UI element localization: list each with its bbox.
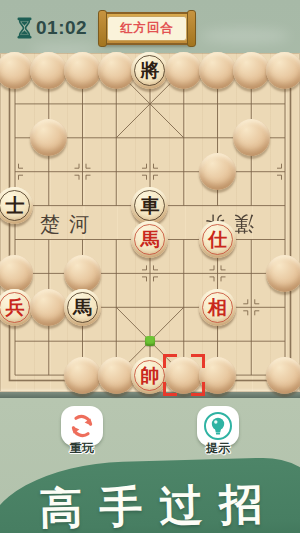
board-cell[interactable]	[167, 155, 201, 189]
replay-button[interactable]: 重玩	[60, 406, 104, 457]
board-cell[interactable]	[167, 189, 201, 223]
board-cell[interactable]	[268, 121, 300, 155]
face-down-piece[interactable]	[64, 357, 101, 394]
board-cell[interactable]	[66, 189, 100, 223]
board-cell[interactable]	[99, 223, 133, 257]
board-cell[interactable]	[0, 324, 32, 358]
face-down-piece[interactable]	[233, 119, 270, 156]
board-cell[interactable]	[234, 53, 268, 87]
board-cell[interactable]	[201, 189, 235, 223]
red-horse[interactable]: 馬	[131, 221, 168, 258]
board-cell[interactable]: 相	[201, 290, 235, 324]
face-down-piece[interactable]	[266, 52, 300, 89]
board-cell[interactable]	[234, 121, 268, 155]
board-cell[interactable]	[32, 155, 66, 189]
hint-button[interactable]: 提示	[196, 406, 240, 457]
board-cell[interactable]	[99, 87, 133, 121]
board-cell[interactable]: 兵	[0, 290, 32, 324]
face-down-piece[interactable]	[98, 52, 135, 89]
hint-button-label: 提示	[196, 440, 240, 457]
face-down-piece[interactable]	[64, 255, 101, 292]
red-soldier[interactable]: 兵	[0, 289, 33, 326]
board-cell[interactable]	[201, 121, 235, 155]
board-cell[interactable]	[0, 358, 32, 392]
board-cell[interactable]	[99, 358, 133, 392]
board-cell[interactable]	[167, 87, 201, 121]
board-cell[interactable]	[268, 223, 300, 257]
board-grid: 將士車馬仕兵馬相帥	[0, 53, 300, 392]
board-cell[interactable]	[99, 324, 133, 358]
board-cell[interactable]	[234, 324, 268, 358]
board-cell[interactable]	[268, 53, 300, 87]
board-cell[interactable]: 馬	[66, 290, 100, 324]
board-cell[interactable]	[0, 121, 32, 155]
board-cell[interactable]	[234, 358, 268, 392]
face-down-piece[interactable]	[98, 357, 135, 394]
board-cell[interactable]	[201, 324, 235, 358]
board-cell[interactable]	[201, 87, 235, 121]
board-cell[interactable]	[32, 87, 66, 121]
face-down-piece[interactable]	[233, 52, 270, 89]
face-down-piece[interactable]	[266, 255, 300, 292]
board-cell[interactable]	[268, 155, 300, 189]
game-screen: 01:02 红方回合 楚河 漢界 將士車馬仕兵馬相帥 重玩	[0, 0, 300, 533]
face-down-piece[interactable]	[199, 357, 236, 394]
board-cell[interactable]	[201, 256, 235, 290]
board-cell[interactable]	[32, 324, 66, 358]
board-cell[interactable]	[167, 324, 201, 358]
board-cell[interactable]	[32, 256, 66, 290]
board-cell[interactable]	[66, 358, 100, 392]
board-cell[interactable]	[133, 155, 167, 189]
face-down-piece[interactable]	[0, 255, 33, 292]
board-cell[interactable]	[66, 324, 100, 358]
black-chariot[interactable]: 車	[131, 187, 168, 224]
board-cell[interactable]	[0, 87, 32, 121]
banner-title: 高手过招	[0, 475, 300, 533]
turn-indicator-badge: 红方回合	[99, 12, 195, 45]
board-cell[interactable]	[167, 256, 201, 290]
hourglass-icon	[16, 17, 33, 39]
action-bar: 重玩 提示	[0, 403, 300, 455]
face-down-piece[interactable]	[0, 52, 33, 89]
face-down-piece[interactable]	[30, 52, 67, 89]
red-elephant[interactable]: 相	[199, 289, 236, 326]
board-cell[interactable]	[234, 223, 268, 257]
board-cell[interactable]	[133, 87, 167, 121]
timer: 01:02	[16, 17, 87, 39]
board-cell[interactable]	[167, 223, 201, 257]
replay-icon	[68, 412, 96, 440]
top-bar: 01:02 红方回合	[0, 0, 300, 53]
face-down-piece[interactable]	[266, 357, 300, 394]
board-cell[interactable]	[234, 256, 268, 290]
board-cell[interactable]	[32, 189, 66, 223]
board-cell[interactable]	[32, 223, 66, 257]
board-cell[interactable]	[99, 53, 133, 87]
board-cell[interactable]	[0, 53, 32, 87]
board-cell[interactable]	[99, 121, 133, 155]
board-cell[interactable]	[268, 87, 300, 121]
board-cell[interactable]	[32, 121, 66, 155]
board-cell[interactable]	[201, 155, 235, 189]
board-cell[interactable]	[167, 53, 201, 87]
board-cell[interactable]	[99, 256, 133, 290]
board-cell[interactable]	[0, 256, 32, 290]
board-cell[interactable]	[234, 189, 268, 223]
board-cell[interactable]: 仕	[201, 223, 235, 257]
board-cell[interactable]	[32, 53, 66, 87]
board-cell[interactable]	[167, 121, 201, 155]
hint-bulb-icon	[203, 411, 233, 441]
bottom-banner: 高手过招	[0, 456, 300, 533]
board-cell[interactable]	[66, 121, 100, 155]
face-down-piece[interactable]	[165, 357, 202, 394]
black-general[interactable]: 將	[131, 52, 168, 89]
board-cell[interactable]	[66, 53, 100, 87]
face-down-piece[interactable]	[64, 52, 101, 89]
board-cell[interactable]	[32, 358, 66, 392]
board-cell[interactable]	[133, 290, 167, 324]
board-cell[interactable]	[133, 256, 167, 290]
board-cell[interactable]	[201, 53, 235, 87]
board-cell[interactable]	[268, 256, 300, 290]
board-cell[interactable]	[167, 290, 201, 324]
board-cell[interactable]	[234, 155, 268, 189]
face-down-piece[interactable]	[199, 153, 236, 190]
board-cell[interactable]	[66, 155, 100, 189]
red-general[interactable]: 帥	[131, 357, 168, 394]
board-cell[interactable]	[99, 290, 133, 324]
board-cell[interactable]	[32, 290, 66, 324]
board-cell[interactable]	[0, 223, 32, 257]
board-cell[interactable]: 將	[133, 53, 167, 87]
board-cell[interactable]	[133, 121, 167, 155]
board-cell[interactable]	[268, 290, 300, 324]
board-cell[interactable]	[99, 189, 133, 223]
board-cell[interactable]	[268, 189, 300, 223]
board-cell[interactable]	[268, 358, 300, 392]
black-horse[interactable]: 馬	[64, 289, 101, 326]
board-cell[interactable]: 士	[0, 189, 32, 223]
black-advisor[interactable]: 士	[0, 187, 33, 224]
turn-indicator-label: 红方回合	[120, 20, 174, 37]
face-down-piece[interactable]	[165, 52, 202, 89]
face-down-piece[interactable]	[199, 52, 236, 89]
face-down-piece[interactable]	[30, 289, 67, 326]
board-cell[interactable]	[0, 155, 32, 189]
timer-value: 01:02	[36, 17, 87, 39]
board-cell[interactable]	[66, 87, 100, 121]
board-cell[interactable]	[66, 256, 100, 290]
xiangqi-board: 楚河 漢界 將士車馬仕兵馬相帥	[0, 53, 300, 392]
board-cell[interactable]	[268, 324, 300, 358]
board-cell[interactable]	[167, 358, 201, 392]
board-cell[interactable]	[234, 87, 268, 121]
replay-button-label: 重玩	[60, 440, 104, 457]
board-cell[interactable]: 馬	[133, 223, 167, 257]
board-cell[interactable]: 帥	[133, 358, 167, 392]
board-cell[interactable]	[99, 155, 133, 189]
red-advisor[interactable]: 仕	[199, 221, 236, 258]
board-cell[interactable]	[66, 223, 100, 257]
board-cell[interactable]	[201, 358, 235, 392]
board-cell[interactable]	[234, 290, 268, 324]
green-dot-marker	[145, 336, 155, 346]
board-cell[interactable]: 車	[133, 189, 167, 223]
face-down-piece[interactable]	[30, 119, 67, 156]
board-cell[interactable]	[133, 324, 167, 358]
